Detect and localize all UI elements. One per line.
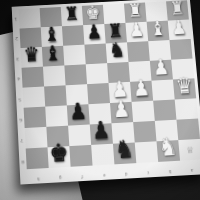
chessboard-photo: 12345678 ♜♚♜♜♝♟♜♟♝♟♛♝♞♟♟♟♛♟♟♟♚♞♞♕ hgfedc… [0, 0, 200, 200]
square-b3 [148, 40, 171, 61]
white-pawn-a2: ♟ [168, 18, 191, 38]
white-pawn-b4: ♟ [150, 57, 173, 79]
square-g7 [46, 126, 69, 148]
file-label-f: f [71, 170, 94, 180]
square-d4 [107, 62, 130, 83]
square-e4 [86, 63, 109, 84]
square-c2: ♟ [125, 22, 148, 43]
square-f3 [63, 45, 86, 66]
square-e5 [87, 83, 110, 104]
square-a4 [171, 59, 194, 80]
square-g6 [45, 105, 68, 126]
black-knight-d3: ♞ [106, 40, 129, 61]
square-h6 [24, 107, 47, 128]
square-h2 [20, 27, 42, 48]
square-g5 [44, 85, 67, 106]
square-a8: ♕ [178, 139, 200, 161]
square-a7 [176, 119, 200, 141]
square-c4 [128, 61, 151, 82]
square-d3: ♞ [106, 42, 129, 63]
black-rook-f1: ♜ [61, 5, 83, 25]
file-label-e: e [93, 168, 116, 178]
square-e6 [88, 103, 111, 124]
square-e2: ♟ [83, 24, 106, 45]
file-label-a: a [180, 163, 200, 173]
square-f1: ♜ [61, 6, 83, 26]
square-c1: ♜ [124, 2, 147, 22]
black-pawn-e2: ♟ [83, 23, 106, 43]
black-bishop-g2: ♝ [41, 25, 63, 45]
square-h7 [25, 127, 48, 149]
square-g4 [43, 65, 66, 86]
square-c3 [127, 41, 150, 62]
square-a6 [175, 98, 198, 119]
square-h3: ♛ [21, 47, 43, 68]
square-e3 [84, 43, 107, 64]
square-d2: ♜ [104, 23, 127, 44]
square-g1 [40, 7, 62, 27]
board-grid: ♜♚♜♜♝♟♜♟♝♟♛♝♞♟♟♟♛♟♟♟♚♞♞♕ [19, 0, 200, 169]
black-rook-d2: ♜ [104, 21, 127, 41]
board-border: 12345678 ♜♚♜♜♝♟♜♟♝♟♛♝♞♟♟♟♛♟♟♟♚♞♞♕ hgfedc… [12, 0, 200, 185]
square-f7 [68, 124, 91, 146]
square-a1: ♜ [166, 0, 189, 20]
file-label-b: b [159, 165, 182, 175]
square-b8: ♞ [156, 140, 180, 162]
square-b6 [153, 99, 176, 120]
square-b1 [145, 1, 168, 21]
square-b5 [151, 79, 174, 100]
square-c5: ♟ [130, 81, 153, 102]
white-rook-a1: ♜ [166, 0, 189, 19]
file-label-h: h [27, 172, 49, 182]
white-pawn-c2: ♟ [125, 20, 148, 40]
square-c6 [132, 101, 155, 122]
square-c7 [133, 121, 156, 143]
square-h5 [23, 86, 46, 107]
square-f8 [69, 145, 92, 167]
square-f6: ♟ [67, 104, 90, 125]
file-label-d: d [115, 167, 138, 177]
square-g2: ♝ [41, 26, 63, 47]
square-b2: ♝ [147, 21, 170, 42]
square-d1 [103, 4, 126, 24]
square-a5: ♛ [173, 78, 196, 99]
square-h8 [26, 147, 49, 169]
white-bishop-b2: ♝ [146, 19, 169, 39]
square-c8 [135, 141, 158, 163]
square-h4 [22, 67, 45, 88]
square-b7 [155, 120, 178, 142]
square-a2: ♟ [168, 19, 191, 40]
file-label-g: g [49, 171, 72, 181]
square-d8: ♞ [113, 143, 136, 165]
white-king-e1: ♚ [82, 4, 104, 24]
square-d6: ♟ [110, 102, 133, 123]
file-label-c: c [137, 166, 160, 176]
square-b4: ♟ [150, 60, 173, 81]
square-h1 [19, 8, 41, 28]
square-a3 [169, 39, 192, 60]
square-f5 [66, 84, 89, 105]
board-corner-logo: ♕ [178, 139, 200, 161]
square-d7 [111, 122, 134, 144]
square-g8: ♚ [48, 146, 71, 168]
chess-board: 12345678 ♜♚♜♜♝♟♜♟♝♟♛♝♞♟♟♟♛♟♟♟♚♞♞♕ hgfedc… [12, 0, 200, 185]
square-f4 [64, 64, 87, 85]
square-f2 [62, 25, 84, 46]
square-e8 [91, 144, 114, 166]
square-e7: ♟ [90, 123, 113, 145]
square-g3: ♝ [42, 46, 65, 67]
black-queen-h3: ♛ [20, 45, 42, 66]
black-bishop-g3: ♝ [42, 44, 65, 65]
white-rook-c1: ♜ [124, 2, 147, 22]
square-d5: ♟ [109, 82, 132, 103]
square-e1: ♚ [82, 5, 104, 25]
